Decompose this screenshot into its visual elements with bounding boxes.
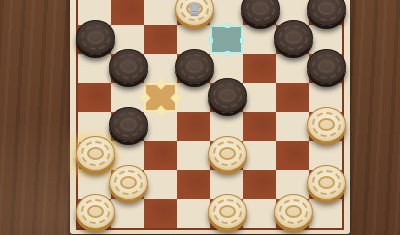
checker-dark[interactable]: [175, 49, 214, 84]
checker-light[interactable]: [208, 136, 247, 171]
square-r2c5[interactable]: [243, 54, 276, 83]
checker-light[interactable]: [109, 165, 148, 200]
checker-light[interactable]: [307, 165, 346, 200]
move-target-gold-square[interactable]: [144, 83, 177, 112]
move-target-teal-square[interactable]: [210, 25, 243, 54]
square-r2c6: [276, 54, 309, 83]
checker-light[interactable]: [76, 136, 115, 171]
square-r2c0: [78, 54, 111, 83]
square-r6c5[interactable]: [243, 170, 276, 199]
square-r0c4: [210, 0, 243, 25]
square-r6c3[interactable]: [177, 170, 210, 199]
checker-dark[interactable]: [76, 20, 115, 55]
square-r7c2[interactable]: [144, 199, 177, 228]
square-r7c7: [309, 199, 342, 228]
checker-light[interactable]: [307, 107, 346, 142]
square-r4c3[interactable]: [177, 112, 210, 141]
highlight-corner-mark: [240, 38, 245, 43]
square-r7c5: [243, 199, 276, 228]
checker-dark[interactable]: [307, 49, 346, 84]
highlight-corner-mark: [208, 38, 213, 43]
highlight-corner-mark: [225, 51, 230, 56]
checker-dark[interactable]: [109, 49, 148, 84]
checker-light[interactable]: [208, 194, 247, 229]
square-r0c2: [144, 0, 177, 25]
square-r3c0[interactable]: [78, 83, 111, 112]
crown-icon: ♛: [176, 0, 213, 25]
square-r3c6[interactable]: [276, 83, 309, 112]
square-r7c1: [111, 199, 144, 228]
square-r5c6[interactable]: [276, 141, 309, 170]
checker-dark[interactable]: [109, 107, 148, 142]
square-r7c3: [177, 199, 210, 228]
square-r1c2[interactable]: [144, 25, 177, 54]
square-r4c6: [276, 112, 309, 141]
table-wood: ♛: [0, 0, 400, 235]
checker-dark[interactable]: [208, 78, 247, 113]
square-r5c3: [177, 141, 210, 170]
square-r5c5: [243, 141, 276, 170]
checker-light-king[interactable]: ♛: [175, 0, 214, 26]
checker-light[interactable]: [274, 194, 313, 229]
square-r6c2: [144, 170, 177, 199]
checker-light[interactable]: [76, 194, 115, 229]
square-r3c5: [243, 83, 276, 112]
square-r0c1[interactable]: [111, 0, 144, 25]
square-r4c5[interactable]: [243, 112, 276, 141]
highlight-corner-mark: [225, 23, 230, 28]
square-r5c2[interactable]: [144, 141, 177, 170]
square-r1c5: [243, 25, 276, 54]
checker-dark[interactable]: [274, 20, 313, 55]
